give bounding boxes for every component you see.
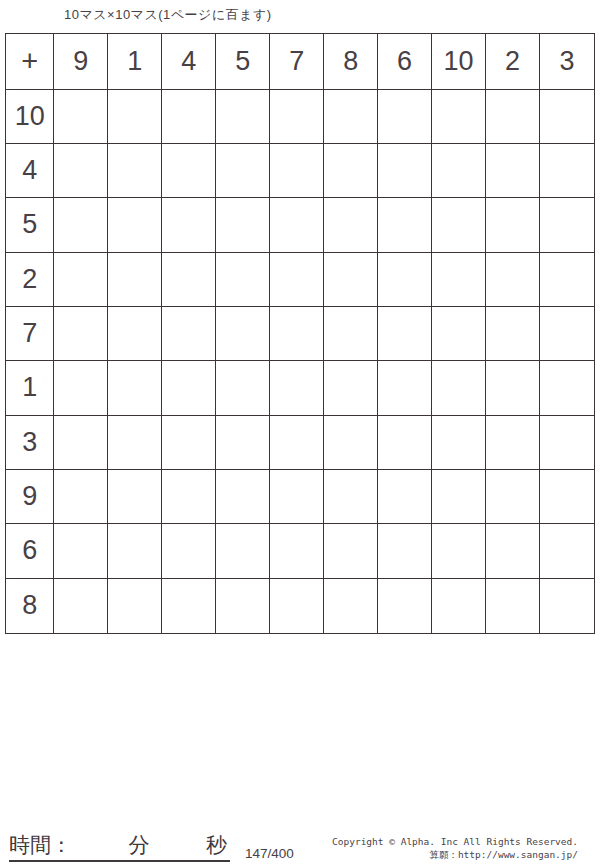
row-header-9: 6 bbox=[6, 524, 54, 578]
answer-cell-r1c1[interactable] bbox=[54, 90, 108, 144]
answer-cell-r2c5[interactable] bbox=[270, 144, 324, 198]
answer-cell-r8c10[interactable] bbox=[540, 470, 594, 524]
answer-cell-r7c3[interactable] bbox=[162, 416, 216, 470]
answer-cell-r8c6[interactable] bbox=[324, 470, 378, 524]
answer-cell-r7c6[interactable] bbox=[324, 416, 378, 470]
answer-cell-r4c9[interactable] bbox=[486, 253, 540, 307]
answer-cell-r8c9[interactable] bbox=[486, 470, 540, 524]
row-header-4: 2 bbox=[6, 253, 54, 307]
answer-cell-r3c2[interactable] bbox=[108, 198, 162, 252]
answer-cell-r5c8[interactable] bbox=[432, 307, 486, 361]
col-header-10: 3 bbox=[540, 34, 594, 90]
time-label: 時間： bbox=[9, 831, 72, 859]
operator-cell: + bbox=[6, 34, 54, 90]
answer-cell-r7c2[interactable] bbox=[108, 416, 162, 470]
answer-cell-r9c8[interactable] bbox=[432, 524, 486, 578]
answer-cell-r10c9[interactable] bbox=[486, 579, 540, 633]
answer-cell-r2c8[interactable] bbox=[432, 144, 486, 198]
answer-cell-r8c4[interactable] bbox=[216, 470, 270, 524]
col-header-6: 8 bbox=[324, 34, 378, 90]
answer-cell-r4c6[interactable] bbox=[324, 253, 378, 307]
answer-cell-r6c2[interactable] bbox=[108, 361, 162, 415]
answer-cell-r3c9[interactable] bbox=[486, 198, 540, 252]
answer-cell-r9c10[interactable] bbox=[540, 524, 594, 578]
answer-cell-r1c10[interactable] bbox=[540, 90, 594, 144]
seconds-label: 秒 bbox=[206, 831, 227, 859]
answer-cell-r4c7[interactable] bbox=[378, 253, 432, 307]
col-header-4: 5 bbox=[216, 34, 270, 90]
answer-cell-r1c5[interactable] bbox=[270, 90, 324, 144]
answer-cell-r1c6[interactable] bbox=[324, 90, 378, 144]
answer-cell-r7c4[interactable] bbox=[216, 416, 270, 470]
page-indicator: 147/400 bbox=[245, 846, 294, 861]
answer-cell-r10c6[interactable] bbox=[324, 579, 378, 633]
answer-cell-r10c10[interactable] bbox=[540, 579, 594, 633]
answer-cell-r7c9[interactable] bbox=[486, 416, 540, 470]
answer-cell-r10c5[interactable] bbox=[270, 579, 324, 633]
answer-cell-r4c10[interactable] bbox=[540, 253, 594, 307]
answer-cell-r10c4[interactable] bbox=[216, 579, 270, 633]
answer-cell-r1c9[interactable] bbox=[486, 90, 540, 144]
answer-cell-r2c4[interactable] bbox=[216, 144, 270, 198]
answer-cell-r4c5[interactable] bbox=[270, 253, 324, 307]
row-header-6: 1 bbox=[6, 361, 54, 415]
col-header-2: 1 bbox=[108, 34, 162, 90]
answer-cell-r5c5[interactable] bbox=[270, 307, 324, 361]
col-header-7: 6 bbox=[378, 34, 432, 90]
answer-cell-r6c7[interactable] bbox=[378, 361, 432, 415]
answer-cell-r4c2[interactable] bbox=[108, 253, 162, 307]
worksheet-title: 10マス×10マス(1ページに百ます) bbox=[64, 6, 272, 24]
answer-cell-r9c3[interactable] bbox=[162, 524, 216, 578]
answer-cell-r8c1[interactable] bbox=[54, 470, 108, 524]
answer-cell-r4c1[interactable] bbox=[54, 253, 108, 307]
answer-cell-r9c2[interactable] bbox=[108, 524, 162, 578]
answer-cell-r8c3[interactable] bbox=[162, 470, 216, 524]
answer-cell-r4c4[interactable] bbox=[216, 253, 270, 307]
answer-cell-r1c2[interactable] bbox=[108, 90, 162, 144]
answer-cell-r3c8[interactable] bbox=[432, 198, 486, 252]
answer-cell-r9c9[interactable] bbox=[486, 524, 540, 578]
row-header-1: 10 bbox=[6, 90, 54, 144]
answer-cell-r9c5[interactable] bbox=[270, 524, 324, 578]
answer-cell-r7c7[interactable] bbox=[378, 416, 432, 470]
col-header-3: 4 bbox=[162, 34, 216, 90]
answer-cell-r6c3[interactable] bbox=[162, 361, 216, 415]
answer-cell-r5c6[interactable] bbox=[324, 307, 378, 361]
answer-cell-r3c7[interactable] bbox=[378, 198, 432, 252]
row-header-5: 7 bbox=[6, 307, 54, 361]
answer-cell-r7c1[interactable] bbox=[54, 416, 108, 470]
copyright-line2: 算願：http://www.sangan.jp/ bbox=[332, 849, 578, 862]
answer-cell-r10c1[interactable] bbox=[54, 579, 108, 633]
col-header-9: 2 bbox=[486, 34, 540, 90]
row-header-7: 3 bbox=[6, 416, 54, 470]
answer-cell-r6c8[interactable] bbox=[432, 361, 486, 415]
addition-grid: +9145786102310452713968 bbox=[5, 33, 595, 634]
answer-cell-r4c8[interactable] bbox=[432, 253, 486, 307]
answer-cell-r3c5[interactable] bbox=[270, 198, 324, 252]
answer-cell-r10c7[interactable] bbox=[378, 579, 432, 633]
answer-cell-r9c7[interactable] bbox=[378, 524, 432, 578]
answer-cell-r1c8[interactable] bbox=[432, 90, 486, 144]
answer-cell-r9c6[interactable] bbox=[324, 524, 378, 578]
answer-cell-r3c4[interactable] bbox=[216, 198, 270, 252]
answer-cell-r1c4[interactable] bbox=[216, 90, 270, 144]
answer-cell-r8c2[interactable] bbox=[108, 470, 162, 524]
answer-cell-r6c4[interactable] bbox=[216, 361, 270, 415]
answer-cell-r7c8[interactable] bbox=[432, 416, 486, 470]
copyright: Copyright © Alpha. Inc All Rights Reserv… bbox=[332, 836, 578, 861]
answer-cell-r1c3[interactable] bbox=[162, 90, 216, 144]
answer-cell-r2c10[interactable] bbox=[540, 144, 594, 198]
answer-cell-r6c10[interactable] bbox=[540, 361, 594, 415]
answer-cell-r5c9[interactable] bbox=[486, 307, 540, 361]
answer-cell-r9c4[interactable] bbox=[216, 524, 270, 578]
answer-cell-r2c6[interactable] bbox=[324, 144, 378, 198]
answer-cell-r3c3[interactable] bbox=[162, 198, 216, 252]
answer-cell-r6c6[interactable] bbox=[324, 361, 378, 415]
answer-cell-r3c6[interactable] bbox=[324, 198, 378, 252]
answer-cell-r7c10[interactable] bbox=[540, 416, 594, 470]
answer-cell-r2c9[interactable] bbox=[486, 144, 540, 198]
answer-cell-r10c8[interactable] bbox=[432, 579, 486, 633]
row-header-3: 5 bbox=[6, 198, 54, 252]
answer-cell-r5c10[interactable] bbox=[540, 307, 594, 361]
time-field: 時間： 分 秒 bbox=[9, 836, 230, 862]
answer-cell-r2c3[interactable] bbox=[162, 144, 216, 198]
answer-cell-r3c10[interactable] bbox=[540, 198, 594, 252]
row-header-2: 4 bbox=[6, 144, 54, 198]
answer-cell-r3c1[interactable] bbox=[54, 198, 108, 252]
answer-cell-r8c8[interactable] bbox=[432, 470, 486, 524]
answer-cell-r7c5[interactable] bbox=[270, 416, 324, 470]
col-header-1: 9 bbox=[54, 34, 108, 90]
answer-cell-r10c2[interactable] bbox=[108, 579, 162, 633]
answer-cell-r1c7[interactable] bbox=[378, 90, 432, 144]
col-header-8: 10 bbox=[432, 34, 486, 90]
answer-cell-r2c2[interactable] bbox=[108, 144, 162, 198]
answer-cell-r2c1[interactable] bbox=[54, 144, 108, 198]
answer-cell-r8c7[interactable] bbox=[378, 470, 432, 524]
answer-cell-r8c5[interactable] bbox=[270, 470, 324, 524]
minutes-label: 分 bbox=[129, 831, 150, 859]
answer-cell-r9c1[interactable] bbox=[54, 524, 108, 578]
answer-cell-r5c3[interactable] bbox=[162, 307, 216, 361]
answer-cell-r5c1[interactable] bbox=[54, 307, 108, 361]
answer-cell-r2c7[interactable] bbox=[378, 144, 432, 198]
answer-cell-r6c9[interactable] bbox=[486, 361, 540, 415]
answer-cell-r5c4[interactable] bbox=[216, 307, 270, 361]
answer-cell-r4c3[interactable] bbox=[162, 253, 216, 307]
answer-cell-r10c3[interactable] bbox=[162, 579, 216, 633]
answer-cell-r5c7[interactable] bbox=[378, 307, 432, 361]
row-header-8: 9 bbox=[6, 470, 54, 524]
answer-cell-r5c2[interactable] bbox=[108, 307, 162, 361]
answer-cell-r6c5[interactable] bbox=[270, 361, 324, 415]
row-header-10: 8 bbox=[6, 579, 54, 633]
answer-cell-r6c1[interactable] bbox=[54, 361, 108, 415]
col-header-5: 7 bbox=[270, 34, 324, 90]
copyright-line1: Copyright © Alpha. Inc All Rights Reserv… bbox=[332, 836, 578, 849]
